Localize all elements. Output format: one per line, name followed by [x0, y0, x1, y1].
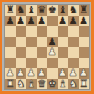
square-c5[interactable]	[26, 37, 37, 48]
square-g7[interactable]: ♟	[68, 16, 79, 27]
square-h1[interactable]: ♜	[79, 79, 90, 90]
square-f8[interactable]: ♝	[58, 5, 69, 16]
square-e6[interactable]	[47, 26, 58, 37]
square-a3[interactable]	[5, 58, 16, 69]
square-a6[interactable]	[5, 26, 16, 37]
square-g3[interactable]	[68, 58, 79, 69]
piece-black-pawn[interactable]: ♟	[69, 16, 78, 26]
square-f5[interactable]	[58, 37, 69, 48]
square-d8[interactable]: ♛	[37, 5, 48, 16]
piece-white-pawn[interactable]: ♟	[27, 68, 36, 78]
square-d2[interactable]: ♟	[37, 68, 48, 79]
square-c8[interactable]: ♝	[26, 5, 37, 16]
square-a1[interactable]: ♜	[5, 79, 16, 90]
piece-white-pawn[interactable]: ♟	[6, 68, 15, 78]
piece-white-knight[interactable]: ♞	[69, 79, 78, 89]
piece-black-bishop[interactable]: ♝	[58, 5, 67, 15]
square-b4[interactable]	[16, 47, 27, 58]
piece-white-pawn[interactable]: ♟	[79, 68, 88, 78]
square-b7[interactable]: ♟	[16, 16, 27, 27]
square-h3[interactable]	[79, 58, 90, 69]
piece-black-pawn[interactable]: ♟	[58, 16, 67, 26]
square-a7[interactable]: ♟	[5, 16, 16, 27]
piece-white-bishop[interactable]: ♝	[27, 79, 36, 89]
square-c3[interactable]	[26, 58, 37, 69]
piece-white-pawn[interactable]: ♟	[69, 68, 78, 78]
board-border: ♜♞♝♛♚♝♞♜♟♟♟♟♟♟♟♟♟♟♟♟♟♟♟♟♜♞♝♛♚♝♞♜	[2, 2, 91, 91]
square-d7[interactable]: ♟	[37, 16, 48, 27]
chess-board[interactable]: ♜♞♝♛♚♝♞♜♟♟♟♟♟♟♟♟♟♟♟♟♟♟♟♟♜♞♝♛♚♝♞♜	[5, 5, 89, 89]
square-e5[interactable]: ♟	[47, 37, 58, 48]
square-g4[interactable]	[68, 47, 79, 58]
square-d4[interactable]	[37, 47, 48, 58]
square-a2[interactable]: ♟	[5, 68, 16, 79]
square-e7[interactable]	[47, 16, 58, 27]
square-e4[interactable]: ♟	[47, 47, 58, 58]
square-h6[interactable]	[79, 26, 90, 37]
piece-black-rook[interactable]: ♜	[79, 5, 88, 15]
square-d6[interactable]	[37, 26, 48, 37]
piece-black-king[interactable]: ♚	[48, 5, 57, 15]
piece-white-knight[interactable]: ♞	[16, 79, 25, 89]
piece-black-pawn[interactable]: ♟	[6, 16, 15, 26]
square-b3[interactable]	[16, 58, 27, 69]
piece-white-king[interactable]: ♚	[48, 79, 57, 89]
square-a8[interactable]: ♜	[5, 5, 16, 16]
piece-white-rook[interactable]: ♜	[79, 79, 88, 89]
square-h4[interactable]	[79, 47, 90, 58]
square-d3[interactable]	[37, 58, 48, 69]
square-b1[interactable]: ♞	[16, 79, 27, 90]
square-h5[interactable]	[79, 37, 90, 48]
piece-black-pawn[interactable]: ♟	[37, 16, 46, 26]
square-h8[interactable]: ♜	[79, 5, 90, 16]
piece-black-pawn[interactable]: ♟	[27, 16, 36, 26]
square-a4[interactable]	[5, 47, 16, 58]
piece-white-pawn[interactable]: ♟	[58, 68, 67, 78]
square-g8[interactable]: ♞	[68, 5, 79, 16]
square-f7[interactable]: ♟	[58, 16, 69, 27]
square-a5[interactable]	[5, 37, 16, 48]
piece-black-knight[interactable]: ♞	[16, 5, 25, 15]
piece-black-knight[interactable]: ♞	[69, 5, 78, 15]
square-f6[interactable]	[58, 26, 69, 37]
square-f2[interactable]: ♟	[58, 68, 69, 79]
piece-black-bishop[interactable]: ♝	[27, 5, 36, 15]
square-b6[interactable]	[16, 26, 27, 37]
square-e1[interactable]: ♚	[47, 79, 58, 90]
piece-white-pawn[interactable]: ♟	[16, 68, 25, 78]
square-d1[interactable]: ♛	[37, 79, 48, 90]
square-f4[interactable]	[58, 47, 69, 58]
piece-white-queen[interactable]: ♛	[37, 79, 46, 89]
square-g5[interactable]	[68, 37, 79, 48]
square-h7[interactable]: ♟	[79, 16, 90, 27]
square-c4[interactable]	[26, 47, 37, 58]
square-b2[interactable]: ♟	[16, 68, 27, 79]
piece-white-pawn[interactable]: ♟	[37, 68, 46, 78]
square-b8[interactable]: ♞	[16, 5, 27, 16]
outer-frame: ♜♞♝♛♚♝♞♜♟♟♟♟♟♟♟♟♟♟♟♟♟♟♟♟♜♞♝♛♚♝♞♜	[0, 0, 94, 94]
square-e3[interactable]	[47, 58, 58, 69]
square-c6[interactable]	[26, 26, 37, 37]
piece-black-queen[interactable]: ♛	[37, 5, 46, 15]
square-g6[interactable]	[68, 26, 79, 37]
piece-black-pawn[interactable]: ♟	[16, 16, 25, 26]
square-f3[interactable]	[58, 58, 69, 69]
square-c7[interactable]: ♟	[26, 16, 37, 27]
piece-black-pawn[interactable]: ♟	[48, 37, 57, 47]
piece-black-rook[interactable]: ♜	[6, 5, 15, 15]
square-h2[interactable]: ♟	[79, 68, 90, 79]
square-g2[interactable]: ♟	[68, 68, 79, 79]
square-c1[interactable]: ♝	[26, 79, 37, 90]
piece-white-pawn[interactable]: ♟	[48, 47, 57, 57]
square-b5[interactable]	[16, 37, 27, 48]
square-g1[interactable]: ♞	[68, 79, 79, 90]
square-d5[interactable]	[37, 37, 48, 48]
square-e2[interactable]	[47, 68, 58, 79]
square-c2[interactable]: ♟	[26, 68, 37, 79]
piece-white-bishop[interactable]: ♝	[58, 79, 67, 89]
square-e8[interactable]: ♚	[47, 5, 58, 16]
piece-white-rook[interactable]: ♜	[6, 79, 15, 89]
square-f1[interactable]: ♝	[58, 79, 69, 90]
piece-black-pawn[interactable]: ♟	[79, 16, 88, 26]
